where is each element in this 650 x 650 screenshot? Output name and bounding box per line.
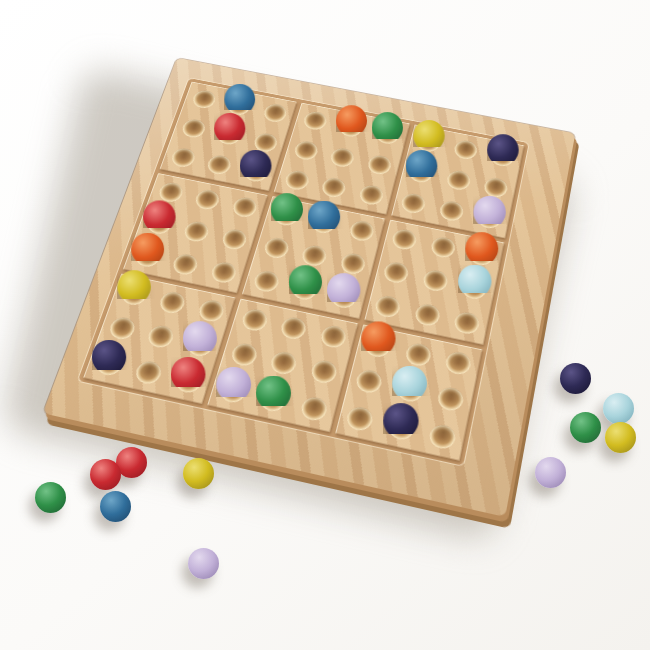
- dimple: [452, 139, 479, 161]
- dimple: [193, 188, 222, 211]
- dimple: [171, 252, 201, 277]
- loose-ball-lavender[interactable]: [535, 457, 566, 488]
- dimple: [404, 341, 433, 368]
- dimple: [190, 89, 218, 110]
- cell-r5c8[interactable]: [412, 260, 459, 302]
- ball-orange[interactable]: [131, 233, 164, 266]
- cell-r3c1[interactable]: [159, 139, 206, 176]
- cell-r6c6[interactable]: [320, 276, 368, 318]
- loose-ball-yellow[interactable]: [605, 422, 636, 453]
- loose-ball-green[interactable]: [35, 482, 66, 513]
- ball-navy[interactable]: [240, 150, 272, 182]
- cell-r4c4[interactable]: [263, 196, 310, 235]
- cell-r6c7[interactable]: [364, 285, 412, 328]
- dimple: [319, 323, 349, 349]
- dimple: [366, 153, 393, 176]
- dimple: [205, 154, 233, 177]
- dimple: [354, 368, 384, 395]
- dimple: [252, 269, 282, 294]
- loose-ball-navy[interactable]: [560, 363, 591, 394]
- cell-r3c8[interactable]: [429, 192, 474, 231]
- cell-r9c6[interactable]: [289, 386, 340, 432]
- dimple: [182, 220, 211, 244]
- cell-r4c6[interactable]: [338, 211, 385, 251]
- dimple: [309, 359, 339, 386]
- dimple: [444, 349, 473, 376]
- dimple: [283, 169, 311, 192]
- dimple: [299, 395, 330, 423]
- cell-r6c9[interactable]: [443, 302, 490, 345]
- dimple: [374, 294, 403, 320]
- cell-r3c7[interactable]: [391, 184, 436, 223]
- dimple: [400, 192, 428, 216]
- dimple: [438, 200, 465, 224]
- cell-r8c9[interactable]: [426, 377, 475, 423]
- dimple: [145, 324, 176, 350]
- dimple: [219, 227, 248, 251]
- cell-r3c3[interactable]: [232, 154, 278, 192]
- dimple: [209, 260, 239, 285]
- dimple: [169, 147, 197, 170]
- dimple: [357, 184, 385, 207]
- dimple: [345, 405, 376, 433]
- ball-lavender[interactable]: [327, 273, 360, 306]
- dimple: [421, 268, 449, 293]
- dimple: [302, 110, 329, 132]
- board-block-1-1: [159, 82, 297, 192]
- dimple: [229, 342, 260, 369]
- dimple: [262, 236, 291, 260]
- photo-scene: [0, 0, 650, 650]
- loose-ball-lightblue[interactable]: [603, 393, 634, 424]
- loose-ball-red[interactable]: [90, 459, 121, 490]
- dimple: [196, 298, 226, 324]
- dimple: [413, 302, 442, 328]
- loose-ball-lavender[interactable]: [188, 548, 219, 579]
- board-block-3-3: [335, 324, 483, 461]
- dimple: [279, 315, 309, 341]
- dimple: [348, 219, 376, 243]
- dimple: [391, 228, 419, 252]
- dimple: [157, 289, 187, 315]
- ball-lavender[interactable]: [473, 196, 505, 228]
- board-block-1-3: [391, 124, 525, 238]
- board-block-2-2: [242, 196, 385, 318]
- loose-ball-blue[interactable]: [100, 491, 131, 522]
- cell-r6c5[interactable]: [281, 268, 329, 310]
- cell-r5c4[interactable]: [253, 228, 301, 268]
- ball-yellow[interactable]: [118, 270, 151, 303]
- cell-r6c8[interactable]: [404, 293, 452, 336]
- cell-r4c7[interactable]: [381, 220, 427, 260]
- dimple: [320, 176, 348, 199]
- dimple: [382, 260, 411, 285]
- cell-r9c8[interactable]: [376, 405, 426, 452]
- cell-r3c6[interactable]: [348, 176, 394, 215]
- dimple: [453, 310, 482, 336]
- play-area: [83, 82, 524, 461]
- cell-r7c4[interactable]: [230, 298, 280, 341]
- cell-r9c4[interactable]: [208, 369, 259, 415]
- ball-green[interactable]: [289, 265, 322, 298]
- dimple: [180, 117, 208, 139]
- loose-ball-yellow[interactable]: [183, 458, 214, 489]
- cell-r9c1[interactable]: [83, 342, 135, 387]
- dimple: [329, 146, 356, 169]
- dimple: [429, 235, 457, 259]
- cell-r6c3[interactable]: [199, 252, 248, 293]
- cell-r9c9[interactable]: [418, 414, 468, 461]
- dimple: [436, 386, 466, 414]
- dimple: [292, 139, 320, 161]
- board-block-3-2: [208, 298, 358, 432]
- loose-ball-green[interactable]: [570, 412, 601, 443]
- dimple: [269, 350, 299, 377]
- dimple: [261, 102, 288, 124]
- dimple: [106, 316, 137, 342]
- dimple: [133, 359, 164, 386]
- dimple: [240, 307, 270, 333]
- dimple: [428, 423, 458, 452]
- dimple: [230, 196, 259, 220]
- dimple: [445, 169, 472, 192]
